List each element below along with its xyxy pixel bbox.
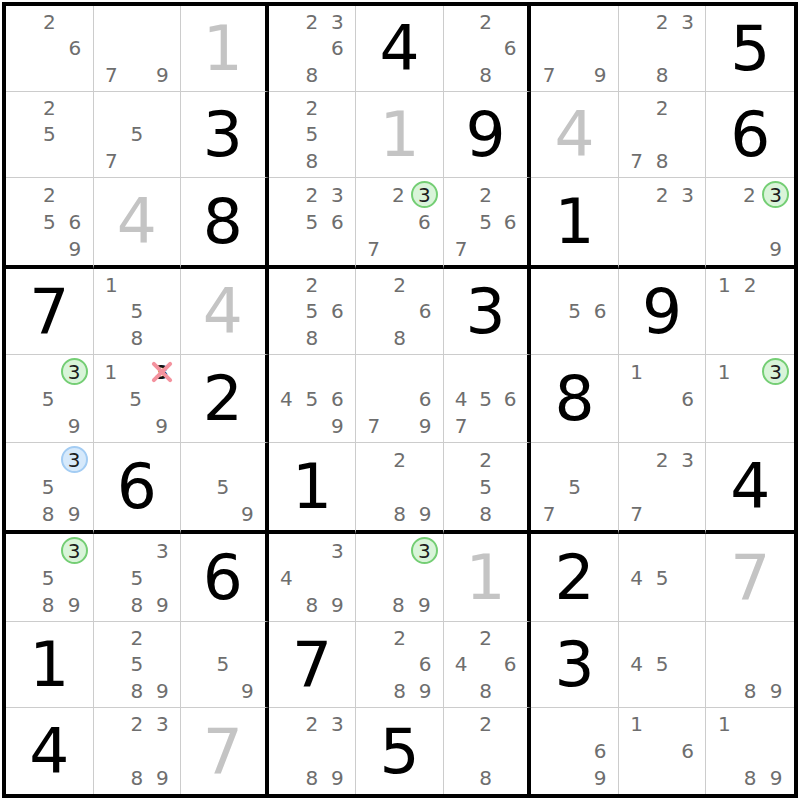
- candidate-slot-5: [473, 651, 498, 677]
- candidate-slot-5: [737, 298, 763, 324]
- candidate-slot-2: [649, 711, 675, 738]
- candidate-slot-9: [675, 235, 701, 262]
- candidate-slot-3: 3: [325, 537, 351, 564]
- candidate-slot-3: 3: [762, 181, 789, 208]
- solver-placed-digit: 7: [706, 534, 794, 621]
- candidate-slot-8: [737, 235, 762, 262]
- candidate-slot-8: [473, 235, 498, 262]
- cell-r9c5[interactable]: 5: [356, 708, 444, 794]
- cell-r6c9[interactable]: 4: [706, 443, 794, 534]
- candidate-3-green-circle: 3: [762, 358, 789, 385]
- cell-r2c1[interactable]: 25: [6, 92, 94, 178]
- candidate-slot-9: [325, 62, 351, 88]
- candidate-slot-9: 9: [763, 678, 789, 704]
- cell-r1c3[interactable]: 1: [181, 6, 269, 92]
- candidate-slot-7: [536, 764, 562, 791]
- candidate-slot-2: 2: [299, 711, 325, 738]
- candidate-grid: 2567: [444, 178, 528, 265]
- cell-r5c4[interactable]: 4569: [269, 355, 357, 443]
- candidate-8: 8: [479, 681, 492, 701]
- candidate-slot-5: 5: [649, 651, 675, 677]
- candidate-slot-8: [299, 412, 325, 439]
- cell-r6c7[interactable]: 57: [531, 443, 619, 534]
- candidate-slot-9: [62, 62, 88, 88]
- candidate-slot-4: [624, 208, 650, 235]
- candidate-slot-8: 8: [299, 62, 325, 88]
- candidate-grid: 237: [619, 443, 706, 530]
- candidate-9: 9: [419, 416, 432, 436]
- cell-r6c4[interactable]: 1: [269, 443, 357, 534]
- candidate-slot-6: [325, 121, 351, 147]
- cell-r2c3[interactable]: 3: [181, 92, 269, 178]
- candidate-slot-1: [99, 95, 125, 121]
- candidate-slot-9: [498, 764, 523, 791]
- candidate-grid: 2367: [356, 178, 443, 265]
- cell-r3c5[interactable]: 2367: [356, 178, 444, 269]
- candidate-5: 5: [568, 477, 581, 497]
- sudoku-board: 2679123684268792385255732581942786256948…: [2, 2, 798, 798]
- cell-r9c4[interactable]: 2389: [269, 708, 357, 794]
- cell-r4c8[interactable]: 9: [619, 269, 707, 355]
- candidate-slot-4: [449, 35, 474, 61]
- candidate-8: 8: [42, 595, 55, 615]
- cell-r8c7[interactable]: 3: [531, 622, 619, 708]
- solver-placed-digit: 7: [181, 708, 265, 794]
- candidate-slot-8: 8: [387, 500, 413, 527]
- candidate-slot-2: 2: [299, 9, 325, 35]
- cell-r4c3[interactable]: 4: [181, 269, 269, 355]
- candidate-slot-7: [274, 148, 300, 174]
- candidate-grid: 2569: [6, 178, 93, 265]
- cell-r3c1[interactable]: 2569: [6, 178, 94, 269]
- solved-digit: 1: [269, 443, 356, 530]
- candidate-slot-2: 2: [473, 625, 498, 651]
- candidate-slot-1: [11, 9, 37, 35]
- candidate-slot-9: [412, 325, 438, 351]
- cell-r6c3[interactable]: 59: [181, 443, 269, 534]
- cell-r5c9[interactable]: 13: [706, 355, 794, 443]
- candidate-3-red-x: 3: [148, 358, 175, 385]
- candidate-slot-8: [211, 678, 236, 704]
- candidate-slot-3: 3: [411, 537, 438, 564]
- candidate-slot-6: [61, 473, 88, 500]
- cell-r3c9[interactable]: 239: [706, 178, 794, 269]
- cell-r2c6[interactable]: 9: [444, 92, 532, 178]
- candidate-slot-3: [62, 95, 88, 121]
- candidate-slot-5: [737, 651, 763, 677]
- candidate-grid: 289: [356, 443, 443, 530]
- candidate-slot-4: [536, 473, 562, 500]
- cell-r3c7[interactable]: 1: [531, 178, 619, 269]
- candidate-2: 2: [479, 450, 492, 470]
- candidate-slot-8: [124, 148, 150, 174]
- candidate-slot-2: [124, 95, 150, 121]
- candidate-slot-1: [624, 625, 650, 651]
- candidate-slot-8: [737, 412, 762, 439]
- candidate-slot-7: [624, 678, 650, 704]
- candidate-slot-4: [711, 385, 736, 412]
- candidate-slot-3: 3: [150, 537, 176, 564]
- candidate-slot-5: [299, 35, 325, 61]
- candidate-slot-7: [11, 591, 36, 618]
- candidate-6: 6: [331, 389, 344, 409]
- candidate-slot-1: [186, 625, 211, 651]
- candidate-slot-9: 9: [62, 235, 88, 262]
- candidate-9: 9: [594, 768, 607, 788]
- candidate-slot-4: [361, 564, 386, 591]
- candidate-slot-1: [449, 181, 474, 208]
- cell-r5c3[interactable]: 2: [181, 355, 269, 443]
- cell-r9c6[interactable]: 28: [444, 708, 532, 794]
- cell-r1c1[interactable]: 26: [6, 6, 94, 92]
- candidate-slot-9: [498, 62, 523, 88]
- cell-r1c5[interactable]: 4: [356, 6, 444, 92]
- candidate-slot-9: 9: [325, 591, 351, 618]
- candidate-slot-1: [11, 181, 37, 208]
- candidate-slot-6: [675, 473, 701, 500]
- candidate-slot-2: 2: [37, 9, 63, 35]
- candidate-grid: 2368: [269, 6, 356, 91]
- cell-r1c8[interactable]: 238: [619, 6, 707, 92]
- candidate-slot-3: [498, 9, 523, 35]
- cell-r9c7[interactable]: 69: [531, 708, 619, 794]
- cell-r8c3[interactable]: 59: [181, 622, 269, 708]
- candidate-slot-6: [762, 385, 789, 412]
- candidate-slot-8: [649, 235, 675, 262]
- cell-r6c1[interactable]: 3589: [6, 443, 94, 534]
- candidate-4: 4: [455, 654, 468, 674]
- solved-digit: 6: [94, 443, 181, 530]
- candidate-slot-2: 2: [649, 9, 675, 35]
- candidate-8: 8: [306, 768, 319, 788]
- candidate-2: 2: [393, 450, 406, 470]
- cell-r6c5[interactable]: 289: [356, 443, 444, 534]
- candidate-slot-6: [675, 208, 701, 235]
- candidate-2: 2: [479, 12, 492, 32]
- cell-r8c1[interactable]: 1: [6, 622, 94, 708]
- cell-r7c4[interactable]: 3489: [269, 534, 357, 622]
- cell-r4c2[interactable]: 158: [94, 269, 182, 355]
- candidate-slot-2: [737, 625, 763, 651]
- candidate-6: 6: [418, 212, 431, 232]
- candidate-grid: 268: [444, 6, 528, 91]
- candidate-slot-9: [762, 412, 789, 439]
- candidate-2: 2: [43, 98, 56, 118]
- candidate-slot-8: 8: [387, 678, 413, 704]
- candidate-slot-1: [11, 537, 36, 564]
- candidate-slot-4: 4: [449, 651, 474, 677]
- solved-digit: 1: [6, 622, 93, 707]
- candidate-slot-9: [150, 325, 176, 351]
- candidate-6: 6: [594, 741, 607, 761]
- candidate-8: 8: [744, 681, 757, 701]
- candidate-slot-2: 2: [387, 625, 413, 651]
- candidate-slot-6: 6: [498, 651, 523, 677]
- candidate-slot-9: 9: [762, 235, 789, 262]
- candidate-2: 2: [656, 98, 669, 118]
- candidate-slot-5: [649, 473, 675, 500]
- candidate-slot-3: [587, 272, 613, 298]
- cell-r7c5[interactable]: 389: [356, 534, 444, 622]
- candidate-slot-6: [675, 651, 701, 677]
- candidate-grid: 359: [6, 355, 93, 442]
- cell-r2c7[interactable]: 4: [531, 92, 619, 178]
- candidate-1: 1: [718, 714, 731, 734]
- candidate-slot-3: 3: [411, 181, 438, 208]
- candidate-grid: 189: [706, 708, 794, 794]
- candidate-slot-6: 6: [325, 208, 351, 235]
- candidate-slot-6: 6: [587, 738, 613, 765]
- cell-r6c8[interactable]: 237: [619, 443, 707, 534]
- candidate-slot-8: 8: [299, 591, 325, 618]
- cell-r3c3[interactable]: 8: [181, 178, 269, 269]
- candidate-slot-8: [37, 148, 63, 174]
- candidate-slot-7: [711, 412, 736, 439]
- cell-r1c4[interactable]: 2368: [269, 6, 357, 92]
- candidate-slot-3: [498, 358, 523, 385]
- cell-r8c6[interactable]: 2468: [444, 622, 532, 708]
- cell-r3c8[interactable]: 23: [619, 178, 707, 269]
- candidate-slot-5: 5: [299, 298, 325, 324]
- candidate-slot-6: [62, 121, 88, 147]
- candidate-3: 3: [156, 714, 169, 734]
- candidate-slot-4: 4: [449, 385, 474, 412]
- candidate-grid: 59: [181, 443, 265, 530]
- candidate-slot-3: 3: [675, 9, 701, 35]
- cell-r1c7[interactable]: 79: [531, 6, 619, 92]
- candidate-slot-6: [150, 738, 176, 765]
- candidate-slot-4: 4: [274, 564, 300, 591]
- cell-r5c1[interactable]: 359: [6, 355, 94, 443]
- cell-r8c2[interactable]: 2589: [94, 622, 182, 708]
- candidate-slot-7: [274, 235, 300, 262]
- candidate-slot-6: [411, 564, 438, 591]
- candidate-slot-8: 8: [473, 678, 498, 704]
- candidate-slot-9: 9: [61, 412, 88, 439]
- candidate-slot-4: [624, 35, 650, 61]
- candidate-slot-1: [361, 625, 387, 651]
- cell-r8c9[interactable]: 89: [706, 622, 794, 708]
- candidate-slot-4: [99, 385, 124, 412]
- candidate-slot-6: [498, 738, 523, 765]
- candidate-slot-9: 9: [412, 412, 438, 439]
- cell-r7c1[interactable]: 3589: [6, 534, 94, 622]
- candidate-9: 9: [68, 504, 81, 524]
- cell-r3c4[interactable]: 2356: [269, 178, 357, 269]
- candidate-slot-8: [562, 62, 588, 88]
- cell-r5c6[interactable]: 4567: [444, 355, 532, 443]
- candidate-slot-8: [737, 325, 763, 351]
- candidate-slot-6: [150, 121, 176, 147]
- candidate-4: 4: [280, 568, 293, 588]
- candidate-slot-3: [62, 181, 88, 208]
- candidate-slot-3: 3: [150, 711, 176, 738]
- candidate-slot-6: [148, 385, 175, 412]
- candidate-slot-5: 5: [299, 385, 325, 412]
- candidate-slot-7: [361, 325, 387, 351]
- solved-digit: 4: [356, 6, 443, 91]
- cell-r9c8[interactable]: 16: [619, 708, 707, 794]
- candidate-slot-9: 9: [411, 591, 438, 618]
- cell-r7c8[interactable]: 45: [619, 534, 707, 622]
- candidate-slot-8: 8: [737, 678, 763, 704]
- candidate-slot-7: [186, 500, 211, 527]
- cell-r4c5[interactable]: 268: [356, 269, 444, 355]
- cell-r5c2[interactable]: 1359: [94, 355, 182, 443]
- candidate-slot-9: 9: [61, 591, 88, 618]
- cell-r2c5[interactable]: 1: [356, 92, 444, 178]
- cell-r1c6[interactable]: 268: [444, 6, 532, 92]
- candidate-grid: 4567: [444, 355, 528, 442]
- candidate-slot-5: [299, 564, 325, 591]
- candidate-slot-1: [274, 181, 300, 208]
- candidate-grid: 23: [619, 178, 706, 265]
- candidate-slot-6: [325, 738, 351, 765]
- candidate-slot-3: [587, 446, 613, 473]
- candidate-slot-1: [361, 537, 386, 564]
- cell-r8c5[interactable]: 2689: [356, 622, 444, 708]
- candidate-slot-6: [763, 298, 789, 324]
- candidate-grid: 25: [6, 92, 93, 177]
- cell-r9c9[interactable]: 189: [706, 708, 794, 794]
- candidate-slot-4: [624, 121, 650, 147]
- cell-r2c2[interactable]: 57: [94, 92, 182, 178]
- cell-r9c2[interactable]: 2389: [94, 708, 182, 794]
- candidate-slot-4: [449, 208, 474, 235]
- cell-r9c1[interactable]: 4: [6, 708, 94, 794]
- candidate-slot-3: 3: [762, 358, 789, 385]
- solved-digit: 1: [531, 178, 618, 265]
- cell-r5c8[interactable]: 16: [619, 355, 707, 443]
- candidate-slot-7: [11, 62, 37, 88]
- candidate-1: 1: [105, 275, 118, 295]
- candidate-slot-4: [624, 385, 650, 412]
- candidate-9: 9: [419, 681, 432, 701]
- candidate-grid: 4569: [269, 355, 356, 442]
- candidate-grid: 3489: [269, 534, 356, 621]
- candidate-slot-8: 8: [124, 591, 150, 618]
- candidate-slot-8: [562, 764, 588, 791]
- cell-r1c9[interactable]: 5: [706, 6, 794, 92]
- candidate-9: 9: [155, 416, 168, 436]
- candidate-slot-5: 5: [124, 564, 150, 591]
- candidate-3: 3: [331, 185, 344, 205]
- cell-r7c2[interactable]: 3589: [94, 534, 182, 622]
- candidate-slot-8: 8: [299, 325, 325, 351]
- cell-r7c3[interactable]: 6: [181, 534, 269, 622]
- cell-r8c8[interactable]: 45: [619, 622, 707, 708]
- candidate-slot-7: 7: [361, 235, 386, 262]
- candidate-slot-6: [150, 298, 176, 324]
- candidate-slot-4: [449, 473, 474, 500]
- candidate-slot-8: [473, 412, 498, 439]
- cell-r7c9[interactable]: 7: [706, 534, 794, 622]
- candidate-slot-1: [449, 711, 474, 738]
- candidate-slot-7: [274, 62, 300, 88]
- candidate-slot-5: 5: [473, 385, 498, 412]
- candidate-grid: 28: [444, 708, 528, 794]
- cell-r9c3[interactable]: 7: [181, 708, 269, 794]
- candidate-slot-6: [675, 564, 701, 591]
- cell-r4c9[interactable]: 12: [706, 269, 794, 355]
- candidate-slot-5: 5: [37, 121, 63, 147]
- candidate-slot-7: [274, 325, 300, 351]
- cell-r7c6[interactable]: 1: [444, 534, 532, 622]
- cell-r3c2[interactable]: 4: [94, 178, 182, 269]
- cell-r4c4[interactable]: 2568: [269, 269, 357, 355]
- cell-r2c9[interactable]: 6: [706, 92, 794, 178]
- candidate-slot-8: [36, 412, 61, 439]
- cell-r5c5[interactable]: 679: [356, 355, 444, 443]
- cell-r4c7[interactable]: 56: [531, 269, 619, 355]
- candidate-slot-8: 8: [386, 591, 411, 618]
- candidate-slot-5: 5: [124, 298, 150, 324]
- candidate-slot-6: 6: [675, 738, 701, 765]
- candidate-slot-9: [325, 235, 351, 262]
- candidate-slot-7: 7: [536, 500, 562, 527]
- cell-r2c8[interactable]: 278: [619, 92, 707, 178]
- candidate-slot-2: 2: [387, 272, 413, 298]
- candidate-grid: 56: [531, 269, 618, 354]
- cell-r4c1[interactable]: 7: [6, 269, 94, 355]
- candidate-slot-3: [498, 181, 523, 208]
- cell-r6c6[interactable]: 258: [444, 443, 532, 534]
- candidate-slot-8: 8: [124, 678, 150, 704]
- candidate-grid: 268: [356, 269, 443, 354]
- candidate-slot-7: [99, 591, 125, 618]
- candidate-5: 5: [306, 124, 319, 144]
- candidate-7: 7: [543, 65, 556, 85]
- cell-r8c4[interactable]: 7: [269, 622, 357, 708]
- candidate-slot-8: 8: [124, 325, 150, 351]
- candidate-slot-5: [37, 35, 63, 61]
- candidate-8: 8: [306, 595, 319, 615]
- candidate-grid: 45: [619, 622, 706, 707]
- candidate-3: 3: [681, 450, 694, 470]
- candidate-slot-7: [361, 678, 387, 704]
- candidate-4: 4: [280, 389, 293, 409]
- candidate-slot-7: [274, 764, 300, 791]
- cell-r5c7[interactable]: 8: [531, 355, 619, 443]
- cell-r7c7[interactable]: 2: [531, 534, 619, 622]
- solved-digit: 3: [181, 92, 265, 177]
- candidate-9: 9: [156, 595, 169, 615]
- cell-r3c6[interactable]: 2567: [444, 178, 532, 269]
- candidate-slot-6: 6: [325, 35, 351, 61]
- candidate-slot-5: [562, 738, 588, 765]
- candidate-slot-1: 1: [711, 711, 737, 738]
- candidate-6: 6: [681, 389, 694, 409]
- candidate-slot-9: [675, 412, 701, 439]
- solved-digit: 2: [531, 534, 618, 621]
- candidate-slot-4: [536, 35, 562, 61]
- candidate-slot-1: [624, 95, 650, 121]
- candidate-5: 5: [656, 568, 669, 588]
- candidate-grid: 3589: [94, 534, 181, 621]
- cell-r4c6[interactable]: 3: [444, 269, 532, 355]
- candidate-slot-5: 5: [299, 121, 325, 147]
- candidate-slot-4: [624, 738, 650, 765]
- solved-digit: 4: [6, 708, 93, 794]
- cell-r1c2[interactable]: 79: [94, 6, 182, 92]
- candidate-slot-7: [449, 678, 474, 704]
- cell-r2c4[interactable]: 258: [269, 92, 357, 178]
- cell-r6c2[interactable]: 6: [94, 443, 182, 534]
- candidate-9: 9: [241, 504, 254, 524]
- candidate-slot-1: [274, 95, 300, 121]
- candidate-slot-9: 9: [150, 764, 176, 791]
- candidate-3: 3: [156, 541, 169, 561]
